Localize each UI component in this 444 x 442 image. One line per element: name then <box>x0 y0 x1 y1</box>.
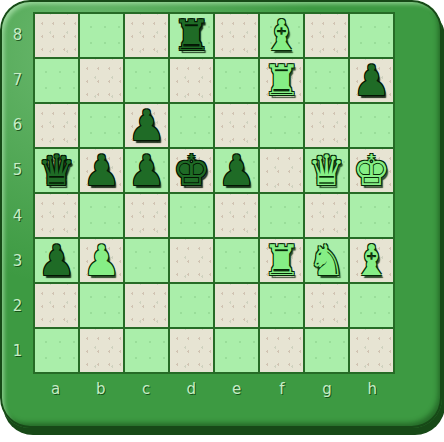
square-a8[interactable] <box>35 14 78 57</box>
square-a5[interactable]: ♛ <box>35 149 78 192</box>
square-d3[interactable] <box>170 239 213 282</box>
square-c7[interactable] <box>125 59 168 102</box>
black-pawn-icon[interactable]: ♟ <box>125 104 168 147</box>
square-g3[interactable]: ♞ <box>305 239 348 282</box>
square-d2[interactable] <box>170 284 213 327</box>
file-label-g: g <box>305 376 350 402</box>
square-h5[interactable]: ♚ <box>350 149 393 192</box>
square-b5[interactable]: ♟ <box>80 149 123 192</box>
square-e5[interactable]: ♟ <box>215 149 258 192</box>
square-a4[interactable] <box>35 194 78 237</box>
file-label-f: f <box>259 376 304 402</box>
file-label-b: b <box>78 376 123 402</box>
white-king-icon[interactable]: ♚ <box>350 149 393 192</box>
square-g2[interactable] <box>305 284 348 327</box>
square-h1[interactable] <box>350 329 393 372</box>
square-c3[interactable] <box>125 239 168 282</box>
rank-label-1: 1 <box>2 329 33 374</box>
square-c1[interactable] <box>125 329 168 372</box>
square-a2[interactable] <box>35 284 78 327</box>
square-b1[interactable] <box>80 329 123 372</box>
square-g8[interactable] <box>305 14 348 57</box>
square-d6[interactable] <box>170 104 213 147</box>
rank-label-5: 5 <box>2 148 33 193</box>
square-e2[interactable] <box>215 284 258 327</box>
rank-label-6: 6 <box>2 103 33 148</box>
black-queen-icon[interactable]: ♛ <box>35 149 78 192</box>
black-pawn-icon[interactable]: ♟ <box>35 239 78 282</box>
chess-board: ♜♝♜♟♟♛♟♟♚♟♛♚♟♟♜♞♝ <box>33 12 395 374</box>
square-b3[interactable]: ♟ <box>80 239 123 282</box>
square-c5[interactable]: ♟ <box>125 149 168 192</box>
square-f6[interactable] <box>260 104 303 147</box>
square-g5[interactable]: ♛ <box>305 149 348 192</box>
square-h7[interactable]: ♟ <box>350 59 393 102</box>
square-e6[interactable] <box>215 104 258 147</box>
file-label-h: h <box>350 376 395 402</box>
black-king-icon[interactable]: ♚ <box>170 149 213 192</box>
rank-label-4: 4 <box>2 193 33 238</box>
rank-label-8: 8 <box>2 12 33 57</box>
square-c2[interactable] <box>125 284 168 327</box>
square-h8[interactable] <box>350 14 393 57</box>
file-label-e: e <box>214 376 259 402</box>
square-b4[interactable] <box>80 194 123 237</box>
white-rook-icon[interactable]: ♜ <box>260 239 303 282</box>
square-h2[interactable] <box>350 284 393 327</box>
square-h6[interactable] <box>350 104 393 147</box>
rank-label-7: 7 <box>2 57 33 102</box>
square-e1[interactable] <box>215 329 258 372</box>
square-f4[interactable] <box>260 194 303 237</box>
square-c8[interactable] <box>125 14 168 57</box>
square-d5[interactable]: ♚ <box>170 149 213 192</box>
black-pawn-icon[interactable]: ♟ <box>215 149 258 192</box>
black-pawn-icon[interactable]: ♟ <box>80 149 123 192</box>
square-b7[interactable] <box>80 59 123 102</box>
square-c4[interactable] <box>125 194 168 237</box>
square-f5[interactable] <box>260 149 303 192</box>
square-d8[interactable]: ♜ <box>170 14 213 57</box>
file-label-d: d <box>169 376 214 402</box>
rank-label-2: 2 <box>2 284 33 329</box>
square-a3[interactable]: ♟ <box>35 239 78 282</box>
square-f3[interactable]: ♜ <box>260 239 303 282</box>
white-rook-icon[interactable]: ♜ <box>260 59 303 102</box>
square-d4[interactable] <box>170 194 213 237</box>
white-bishop-icon[interactable]: ♝ <box>350 239 393 282</box>
white-knight-icon[interactable]: ♞ <box>305 239 348 282</box>
square-e4[interactable] <box>215 194 258 237</box>
square-c6[interactable]: ♟ <box>125 104 168 147</box>
square-d1[interactable] <box>170 329 213 372</box>
square-g1[interactable] <box>305 329 348 372</box>
square-e7[interactable] <box>215 59 258 102</box>
square-g4[interactable] <box>305 194 348 237</box>
black-pawn-icon[interactable]: ♟ <box>350 59 393 102</box>
square-b2[interactable] <box>80 284 123 327</box>
chess-app-window: 87654321 ♜♝♜♟♟♛♟♟♚♟♛♚♟♟♜♞♝ abcdefgh <box>0 0 444 442</box>
black-rook-icon[interactable]: ♜ <box>170 14 213 57</box>
square-f8[interactable]: ♝ <box>260 14 303 57</box>
square-a7[interactable] <box>35 59 78 102</box>
square-a1[interactable] <box>35 329 78 372</box>
square-g7[interactable] <box>305 59 348 102</box>
square-e3[interactable] <box>215 239 258 282</box>
rank-labels: 87654321 <box>2 12 33 374</box>
file-labels: abcdefgh <box>33 376 395 402</box>
file-label-a: a <box>33 376 78 402</box>
square-h4[interactable] <box>350 194 393 237</box>
white-bishop-icon[interactable]: ♝ <box>260 14 303 57</box>
square-e8[interactable] <box>215 14 258 57</box>
square-f7[interactable]: ♜ <box>260 59 303 102</box>
rank-label-3: 3 <box>2 238 33 283</box>
file-label-c: c <box>124 376 169 402</box>
square-f2[interactable] <box>260 284 303 327</box>
square-d7[interactable] <box>170 59 213 102</box>
square-h3[interactable]: ♝ <box>350 239 393 282</box>
white-pawn-icon[interactable]: ♟ <box>80 239 123 282</box>
square-b8[interactable] <box>80 14 123 57</box>
square-a6[interactable] <box>35 104 78 147</box>
square-g6[interactable] <box>305 104 348 147</box>
white-queen-icon[interactable]: ♛ <box>305 149 348 192</box>
square-f1[interactable] <box>260 329 303 372</box>
black-pawn-icon[interactable]: ♟ <box>125 149 168 192</box>
square-b6[interactable] <box>80 104 123 147</box>
